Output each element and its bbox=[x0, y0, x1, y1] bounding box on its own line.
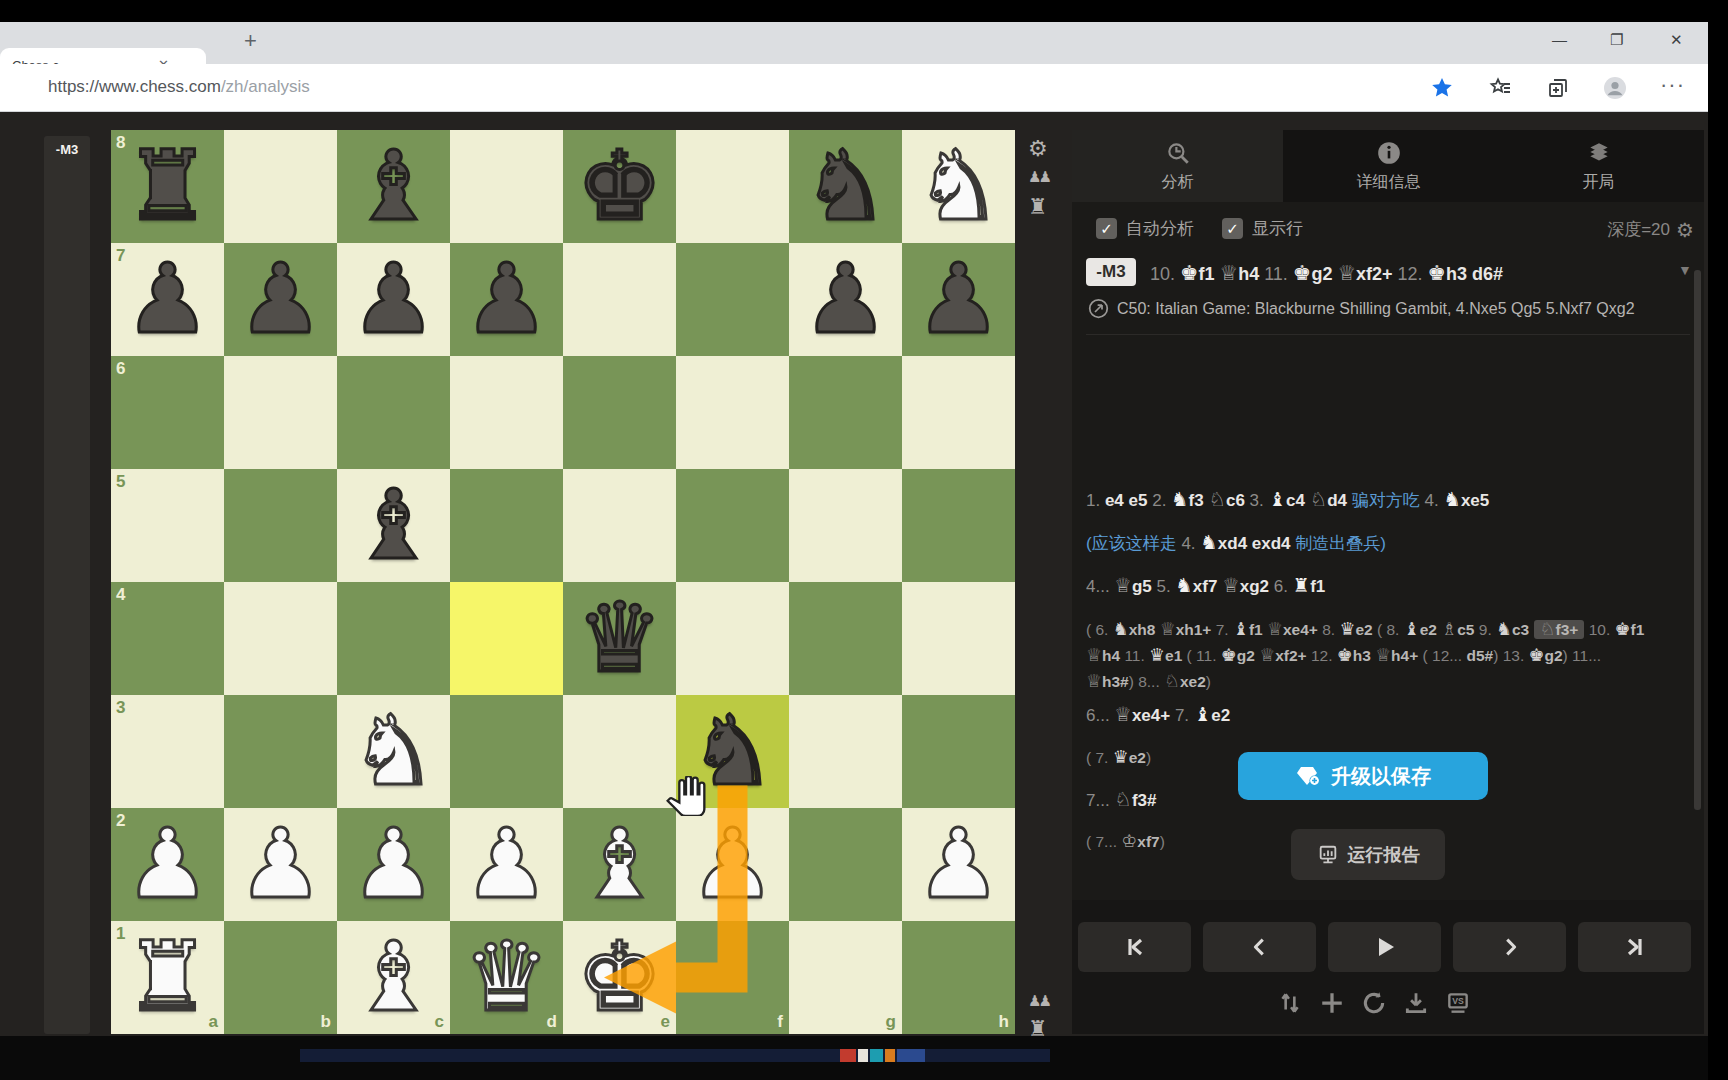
move-line[interactable]: 6... ♕xe4+ 7. ♝e2 bbox=[1086, 703, 1690, 726]
move-token: 2. bbox=[1152, 491, 1171, 510]
move-token: ♚ bbox=[1428, 261, 1447, 285]
white-knight-h8[interactable]: ♞ bbox=[902, 130, 1015, 243]
move-token: ♚ bbox=[1180, 261, 1199, 285]
square-h6[interactable] bbox=[902, 356, 1015, 469]
black-pawn-g7[interactable]: ♟ bbox=[789, 243, 902, 356]
move-token: f1 bbox=[1199, 264, 1220, 284]
square-h1[interactable]: h bbox=[902, 921, 1015, 1034]
black-rook-a8[interactable]: ♜ bbox=[111, 130, 224, 243]
tab-opening[interactable]: 开局 bbox=[1493, 130, 1704, 202]
move-token: 12. bbox=[1397, 264, 1427, 284]
square-c5[interactable]: ♝ bbox=[337, 469, 450, 582]
minimize-button[interactable]: — bbox=[1552, 31, 1567, 48]
white-pawn-f2[interactable]: ♟ bbox=[676, 808, 789, 921]
url-host: https://www.chess.com bbox=[48, 77, 221, 96]
analysis-panel: 分析 详细信息 开局 ✓ 自动分析 ✓ 显示行 深度=20 ⚙ -M3 10. … bbox=[1072, 130, 1704, 1034]
square-h5[interactable] bbox=[902, 469, 1015, 582]
checkbox-check-icon: ✓ bbox=[1222, 218, 1243, 239]
move-line[interactable]: ( 6. ♞xh8 ♕xh1+ 7. ♝f1 ♕xe4+ 8. ♛e2 ( 8.… bbox=[1086, 618, 1690, 639]
scrollbar[interactable] bbox=[1694, 270, 1701, 810]
move-token: ♕ bbox=[1220, 261, 1239, 285]
close-button[interactable]: ✕ bbox=[1670, 31, 1683, 49]
move-token: ♕ bbox=[1114, 574, 1132, 597]
move-token: ) bbox=[1146, 749, 1151, 766]
square-c4[interactable] bbox=[337, 582, 450, 695]
move-token: ♕ bbox=[1375, 644, 1391, 665]
tab-details-label: 详细信息 bbox=[1283, 172, 1494, 193]
move-token: ♘ bbox=[1164, 670, 1180, 691]
move-token: xh1+ bbox=[1176, 621, 1216, 638]
move-token: ♞ bbox=[1443, 488, 1461, 511]
move-token: f3+ bbox=[1556, 621, 1579, 638]
move-token: 4. bbox=[1424, 491, 1443, 510]
move-token: 10. bbox=[1584, 621, 1614, 638]
black-king-e8[interactable]: ♚ bbox=[563, 130, 676, 243]
tab-analysis-label: 分析 bbox=[1072, 172, 1283, 193]
black-bishop-c8[interactable]: ♝ bbox=[337, 130, 450, 243]
move-token: 5. bbox=[1156, 577, 1175, 596]
skip-end-icon bbox=[1623, 935, 1647, 959]
square-b4[interactable] bbox=[224, 582, 337, 695]
move-token: e2 bbox=[1211, 706, 1230, 725]
square-f2[interactable]: ♟ bbox=[676, 808, 789, 921]
white-pawn-h2[interactable]: ♟ bbox=[902, 808, 1015, 921]
black-bishop-c5[interactable]: ♝ bbox=[337, 469, 450, 582]
black-pawn-a7[interactable]: ♟ bbox=[111, 243, 224, 356]
screen-right-edge bbox=[1708, 0, 1728, 1080]
black-knight-g8[interactable]: ♞ bbox=[789, 130, 902, 243]
square-b7[interactable]: ♟ bbox=[224, 243, 337, 356]
eval-badge: -M3 bbox=[1086, 258, 1136, 286]
move-token: 7. bbox=[1216, 621, 1233, 638]
engine-line-row[interactable]: -M3 10. ♚f1 ♕h4 11. ♚g2 ♕xf2+ 12. ♚h3 d6… bbox=[1072, 258, 1704, 288]
move-token: ♗ bbox=[1441, 618, 1457, 639]
rank-label: 3 bbox=[116, 698, 125, 718]
square-h8[interactable]: ♞ bbox=[902, 130, 1015, 243]
move-token: 6... bbox=[1086, 706, 1114, 725]
bookmark-star-icon[interactable] bbox=[1430, 76, 1454, 100]
move-token: ♝ bbox=[1269, 488, 1287, 511]
layers-icon bbox=[1586, 140, 1612, 166]
panel-tab-bar: 分析 详细信息 开局 bbox=[1072, 130, 1704, 202]
square-e7[interactable] bbox=[563, 243, 676, 356]
square-g3[interactable] bbox=[789, 695, 902, 808]
move-token: c4 bbox=[1286, 491, 1310, 510]
square-d4[interactable] bbox=[450, 582, 563, 695]
diamond-plus-icon bbox=[1295, 764, 1321, 788]
opening-book-icon bbox=[1088, 298, 1109, 319]
vs-computer-icon[interactable]: VS bbox=[1445, 990, 1471, 1016]
square-g6[interactable] bbox=[789, 356, 902, 469]
move-token: 制造出叠兵) bbox=[1295, 534, 1386, 553]
move-token: ) bbox=[1206, 673, 1211, 690]
profile-avatar[interactable] bbox=[1603, 76, 1627, 100]
square-c3[interactable]: ♞ bbox=[337, 695, 450, 808]
rank-label: 6 bbox=[116, 359, 125, 379]
move-token: 9. bbox=[1479, 621, 1496, 638]
move-token: ♝ bbox=[1194, 703, 1212, 726]
move-token: ) 8... bbox=[1129, 673, 1164, 690]
square-h7[interactable]: ♟ bbox=[902, 243, 1015, 356]
square-f7[interactable] bbox=[676, 243, 789, 356]
move-token: xe4+ bbox=[1283, 621, 1322, 638]
move-token: ( 11. bbox=[1187, 647, 1221, 664]
move-token: ♘ bbox=[1540, 618, 1556, 639]
move-token: e2 bbox=[1129, 749, 1146, 766]
move-token: c6 bbox=[1226, 491, 1250, 510]
square-d5[interactable] bbox=[450, 469, 563, 582]
move-token: d6# bbox=[1472, 264, 1503, 284]
new-tab-button[interactable]: + bbox=[244, 28, 257, 54]
report-monitor-icon bbox=[1317, 844, 1339, 866]
square-f8[interactable] bbox=[676, 130, 789, 243]
move-token: h4 bbox=[1102, 647, 1124, 664]
white-rook-a1[interactable]: ♜ bbox=[111, 921, 224, 1034]
rank-label: 5 bbox=[116, 472, 125, 492]
move-token: ♚ bbox=[1293, 261, 1312, 285]
square-g8[interactable]: ♞ bbox=[789, 130, 902, 243]
square-g2[interactable] bbox=[789, 808, 902, 921]
square-f6[interactable] bbox=[676, 356, 789, 469]
white-bishop-e2[interactable]: ♝ bbox=[563, 808, 676, 921]
file-label: b bbox=[321, 1012, 331, 1032]
square-g4[interactable] bbox=[789, 582, 902, 695]
move-token: g2 bbox=[1311, 264, 1337, 284]
move-token: ♘ bbox=[1208, 488, 1226, 511]
square-c7[interactable]: ♟ bbox=[337, 243, 450, 356]
move-token: ♞ bbox=[1200, 531, 1218, 554]
move-token: e1 bbox=[1165, 647, 1187, 664]
move-token: ) 13. bbox=[1493, 647, 1528, 664]
square-b6[interactable] bbox=[224, 356, 337, 469]
move-token: 6. bbox=[1274, 577, 1293, 596]
square-a4[interactable]: 4 bbox=[111, 582, 224, 695]
move-token: 8. bbox=[1322, 621, 1339, 638]
report-button-label: 运行报告 bbox=[1348, 843, 1420, 867]
move-token: ♕ bbox=[1114, 703, 1132, 726]
go-next-button[interactable] bbox=[1453, 922, 1566, 972]
square-c1[interactable]: c♝ bbox=[337, 921, 450, 1034]
move-token: f3# bbox=[1132, 791, 1157, 810]
move-token: e2 bbox=[1355, 621, 1377, 638]
move-token: xd4 exd4 bbox=[1218, 534, 1296, 553]
move-token: 4. bbox=[1181, 534, 1200, 553]
move-token: ♚ bbox=[1221, 644, 1237, 665]
browser-tab-strip: Chess.c ✕ + — ❐ ✕ bbox=[0, 22, 1728, 64]
square-c2[interactable]: ♟ bbox=[337, 808, 450, 921]
checkbox-check-icon: ✓ bbox=[1096, 218, 1117, 239]
move-token: 11. bbox=[1264, 264, 1293, 284]
speck bbox=[870, 1049, 883, 1062]
evaluation-label: -M3 bbox=[44, 142, 90, 157]
tab-analysis[interactable]: 分析 bbox=[1072, 130, 1283, 202]
move-line[interactable]: 4... ♕g5 5. ♞xf7 ♕xg2 6. ♜f1 bbox=[1086, 574, 1690, 597]
depth-label: 深度=20 bbox=[1592, 218, 1670, 242]
square-d7[interactable]: ♟ bbox=[450, 243, 563, 356]
move-token: g2 bbox=[1237, 647, 1259, 664]
upgrade-button-label: 升级以保存 bbox=[1331, 763, 1431, 790]
evaluation-bar bbox=[44, 136, 90, 1034]
square-e8[interactable]: ♚ bbox=[563, 130, 676, 243]
square-h2[interactable]: ♟ bbox=[902, 808, 1015, 921]
upgrade-to-save-button[interactable]: 升级以保存 bbox=[1238, 752, 1488, 800]
move-token: ) 11... bbox=[1563, 647, 1601, 664]
move-token: 4... bbox=[1086, 577, 1114, 596]
move-token: h3 bbox=[1353, 647, 1375, 664]
file-label: g bbox=[886, 1012, 896, 1032]
speck bbox=[858, 1049, 868, 1062]
engine-best-line: 10. ♚f1 ♕h4 11. ♚g2 ♕xf2+ 12. ♚h3 d6# bbox=[1150, 261, 1503, 285]
go-first-button[interactable] bbox=[1078, 922, 1191, 972]
move-token: ♕ bbox=[1086, 644, 1102, 665]
pawns-bottom-icon[interactable]: ♟♟ bbox=[1028, 994, 1049, 1009]
move-token: h4 bbox=[1238, 264, 1264, 284]
move-token: g5 bbox=[1132, 577, 1157, 596]
move-token: xe2 bbox=[1180, 673, 1206, 690]
move-token: f1 bbox=[1630, 621, 1644, 638]
black-pawn-c7[interactable]: ♟ bbox=[337, 243, 450, 356]
move-token: ♝ bbox=[1404, 618, 1420, 639]
chess-board[interactable]: 8♜♝♚♞♞7♟♟♟♟♟♟65♝4♛3♞♞2♟♟♟♟♝♟♟1a♜bc♝d♛e♚f… bbox=[111, 130, 1015, 1034]
screen: Chess.c ✕ + — ❐ ✕ https://www.chess.com/… bbox=[0, 0, 1728, 1080]
move-token: ) bbox=[1160, 833, 1165, 850]
auto-analysis-checkbox[interactable]: ✓ 自动分析 bbox=[1096, 218, 1194, 242]
black-queen-e4[interactable]: ♛ bbox=[563, 582, 676, 695]
move-token: ( 7. bbox=[1086, 749, 1113, 766]
move-token: ♘ bbox=[1114, 788, 1132, 811]
move-token: xf7 bbox=[1193, 577, 1222, 596]
current-move[interactable]: ♘f3+ bbox=[1534, 620, 1585, 639]
rank-label: 4 bbox=[116, 585, 125, 605]
skip-start-icon bbox=[1123, 935, 1147, 959]
square-c6[interactable] bbox=[337, 356, 450, 469]
square-a8[interactable]: 8♜ bbox=[111, 130, 224, 243]
square-h3[interactable] bbox=[902, 695, 1015, 808]
move-line[interactable]: (应该这样走 4. ♞xd4 exd4 制造出叠兵) bbox=[1086, 531, 1690, 555]
move-token: g2 bbox=[1545, 647, 1563, 664]
move-token: ♜ bbox=[1293, 574, 1311, 597]
move-line[interactable]: 1. e4 e5 2. ♞f3 ♘c6 3. ♝c4 ♘d4 骗对方吃 4. ♞… bbox=[1086, 488, 1690, 512]
white-bishop-c1[interactable]: ♝ bbox=[337, 921, 450, 1034]
black-pawn-d7[interactable]: ♟ bbox=[450, 243, 563, 356]
black-pawn-b7[interactable]: ♟ bbox=[224, 243, 337, 356]
square-g7[interactable]: ♟ bbox=[789, 243, 902, 356]
speck bbox=[840, 1049, 856, 1062]
square-b3[interactable] bbox=[224, 695, 337, 808]
square-f5[interactable] bbox=[676, 469, 789, 582]
speck bbox=[897, 1049, 925, 1062]
split-screen-icon[interactable] bbox=[1546, 76, 1570, 100]
square-e3[interactable] bbox=[563, 695, 676, 808]
move-token: f1 bbox=[1310, 577, 1325, 596]
window-titlebar bbox=[0, 0, 1728, 22]
move-token: f1 bbox=[1249, 621, 1267, 638]
move-token: ♔ bbox=[1121, 830, 1137, 851]
white-pawn-b2[interactable]: ♟ bbox=[224, 808, 337, 921]
square-b5[interactable] bbox=[224, 469, 337, 582]
move-token: ♕ bbox=[1259, 644, 1275, 665]
square-g1[interactable]: g bbox=[789, 921, 902, 1034]
hand-cursor bbox=[666, 776, 706, 816]
square-d6[interactable] bbox=[450, 356, 563, 469]
restore-button[interactable]: ❐ bbox=[1610, 31, 1623, 49]
square-d1[interactable]: d♛ bbox=[450, 921, 563, 1034]
square-e1[interactable]: e♚ bbox=[563, 921, 676, 1034]
add-icon[interactable] bbox=[1319, 990, 1345, 1016]
white-pawn-d2[interactable]: ♟ bbox=[450, 808, 563, 921]
move-token: xf2+ bbox=[1356, 264, 1398, 284]
black-pawn-h7[interactable]: ♟ bbox=[902, 243, 1015, 356]
move-token: ( 12... bbox=[1423, 647, 1467, 664]
move-token: ♛ bbox=[1339, 618, 1355, 639]
square-a5[interactable]: 5 bbox=[111, 469, 224, 582]
square-a7[interactable]: 7♟ bbox=[111, 243, 224, 356]
chevron-left-icon bbox=[1249, 935, 1271, 959]
move-token: c3 bbox=[1512, 621, 1534, 638]
white-queen-d1[interactable]: ♛ bbox=[450, 921, 563, 1034]
square-d2[interactable]: ♟ bbox=[450, 808, 563, 921]
move-token: ♞ bbox=[1171, 488, 1189, 511]
square-e6[interactable] bbox=[563, 356, 676, 469]
speck bbox=[885, 1049, 895, 1062]
show-lines-checkbox[interactable]: ✓ 显示行 bbox=[1222, 218, 1303, 242]
move-token: ♞ bbox=[1175, 574, 1193, 597]
square-d8[interactable] bbox=[450, 130, 563, 243]
move-token: ♝ bbox=[1233, 618, 1249, 639]
white-knight-c3[interactable]: ♞ bbox=[337, 695, 450, 808]
go-previous-button[interactable] bbox=[1203, 922, 1316, 972]
auto-analysis-label: 自动分析 bbox=[1126, 218, 1194, 242]
chevron-down-icon[interactable]: ▼ bbox=[1678, 262, 1692, 278]
move-token: ♘ bbox=[1310, 488, 1328, 511]
move-token: 3. bbox=[1250, 491, 1269, 510]
move-token: ♚ bbox=[1529, 644, 1545, 665]
magnifier-icon bbox=[1165, 140, 1191, 166]
square-b1[interactable]: b bbox=[224, 921, 337, 1034]
move-token: e4 e5 bbox=[1105, 491, 1152, 510]
bottom-taskbar bbox=[0, 1036, 1728, 1080]
move-token: xf2+ bbox=[1275, 647, 1311, 664]
download-icon[interactable] bbox=[1403, 990, 1429, 1016]
move-token: 11. bbox=[1124, 647, 1149, 664]
square-b2[interactable]: ♟ bbox=[224, 808, 337, 921]
white-pawn-a2[interactable]: ♟ bbox=[111, 808, 224, 921]
square-b8[interactable] bbox=[224, 130, 337, 243]
timeline-bar bbox=[300, 1049, 1050, 1062]
collections-star-icon[interactable] bbox=[1489, 76, 1513, 100]
url-text[interactable]: https://www.chess.com/zh/analysis bbox=[48, 77, 310, 97]
square-a3[interactable]: 3 bbox=[111, 695, 224, 808]
tab-opening-label: 开局 bbox=[1493, 172, 1704, 193]
move-token: 10. bbox=[1150, 264, 1180, 284]
move-token: 7. bbox=[1175, 706, 1194, 725]
square-d3[interactable] bbox=[450, 695, 563, 808]
white-pawn-c2[interactable]: ♟ bbox=[337, 808, 450, 921]
move-token: e2 bbox=[1420, 621, 1442, 638]
move-token: c5 bbox=[1457, 621, 1479, 638]
file-label: f bbox=[777, 1012, 783, 1032]
move-line[interactable]: ♕h4 11. ♛e1 ( 11. ♚g2 ♕xf2+ 12. ♚h3 ♕h4+… bbox=[1086, 644, 1690, 665]
show-lines-label: 显示行 bbox=[1252, 218, 1303, 242]
move-line[interactable]: ♕h3#) 8... ♘xe2) bbox=[1086, 670, 1690, 691]
move-token: xg2 bbox=[1240, 577, 1274, 596]
move-token: ♕ bbox=[1222, 574, 1240, 597]
square-h4[interactable] bbox=[902, 582, 1015, 695]
square-f1[interactable]: f bbox=[676, 921, 789, 1034]
move-token: h3# bbox=[1102, 673, 1129, 690]
square-a6[interactable]: 6 bbox=[111, 356, 224, 469]
move-token: xe5 bbox=[1461, 491, 1489, 510]
move-token: xh8 bbox=[1129, 621, 1160, 638]
move-token: 1. bbox=[1086, 491, 1105, 510]
opening-row[interactable]: C50: Italian Game: Blackburne Shilling G… bbox=[1088, 298, 1688, 319]
move-token: ( 6. bbox=[1086, 621, 1113, 638]
square-e5[interactable] bbox=[563, 469, 676, 582]
svg-text:VS: VS bbox=[1452, 996, 1464, 1006]
board-settings-gear-icon[interactable]: ⚙ bbox=[1028, 138, 1048, 160]
url-path: /zh/analysis bbox=[221, 77, 310, 96]
move-token: ♕ bbox=[1160, 618, 1176, 639]
move-token: d5# bbox=[1466, 647, 1493, 664]
square-a1[interactable]: 1a♜ bbox=[111, 921, 224, 1034]
move-token: 7... bbox=[1086, 791, 1114, 810]
move-token: ♚ bbox=[1337, 644, 1353, 665]
address-bar[interactable]: https://www.chess.com/zh/analysis ··· bbox=[0, 64, 1728, 112]
square-a2[interactable]: 2♟ bbox=[111, 808, 224, 921]
move-token: ♛ bbox=[1149, 644, 1165, 665]
divider bbox=[1086, 334, 1690, 335]
square-f4[interactable] bbox=[676, 582, 789, 695]
go-last-button[interactable] bbox=[1578, 922, 1691, 972]
square-c8[interactable]: ♝ bbox=[337, 130, 450, 243]
move-token: xe4+ bbox=[1132, 706, 1175, 725]
browser-menu-icon[interactable]: ··· bbox=[1660, 72, 1685, 98]
info-icon bbox=[1376, 140, 1402, 166]
square-e4[interactable]: ♛ bbox=[563, 582, 676, 695]
move-token: ♚ bbox=[1615, 618, 1631, 639]
move-token: ♞ bbox=[1113, 618, 1129, 639]
play-icon bbox=[1373, 935, 1397, 959]
file-label: h bbox=[999, 1012, 1009, 1032]
move-token: f3 bbox=[1189, 491, 1209, 510]
move-token: h3 bbox=[1446, 264, 1472, 284]
chevron-right-icon bbox=[1499, 935, 1521, 959]
square-e2[interactable]: ♝ bbox=[563, 808, 676, 921]
move-token: xf7 bbox=[1137, 833, 1159, 850]
move-token: d4 bbox=[1327, 491, 1352, 510]
square-g5[interactable] bbox=[789, 469, 902, 582]
engine-settings-gear-icon[interactable]: ⚙ bbox=[1676, 218, 1694, 242]
run-report-button[interactable]: 运行报告 bbox=[1291, 829, 1445, 880]
move-token: ♞ bbox=[1496, 618, 1512, 639]
move-token: (应该这样走 bbox=[1086, 534, 1181, 553]
play-button[interactable] bbox=[1328, 922, 1441, 972]
white-king-e1[interactable]: ♚ bbox=[563, 921, 676, 1034]
pieces-pawns-icon[interactable]: ♟♟ bbox=[1028, 170, 1049, 185]
opening-name: C50: Italian Game: Blackburne Shilling G… bbox=[1117, 300, 1635, 317]
move-token: ♕ bbox=[1267, 618, 1283, 639]
move-token: 骗对方吃 bbox=[1352, 491, 1425, 510]
move-token: ♕ bbox=[1337, 261, 1356, 285]
move-token: 12. bbox=[1311, 647, 1337, 664]
reset-refresh-icon[interactable] bbox=[1361, 990, 1387, 1016]
move-token: ♛ bbox=[1113, 746, 1129, 767]
tab-details[interactable]: 详细信息 bbox=[1283, 130, 1494, 202]
move-token: ( 7... bbox=[1086, 833, 1121, 850]
rook-setup-icon[interactable]: ♜ bbox=[1028, 196, 1048, 218]
move-token: h4+ bbox=[1391, 647, 1422, 664]
flip-board-icon[interactable] bbox=[1277, 990, 1303, 1016]
